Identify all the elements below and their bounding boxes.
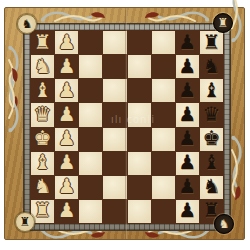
square-f8[interactable]: ♝ [200, 152, 223, 175]
square-f7[interactable]: ♟ [176, 152, 199, 175]
square-a8[interactable]: ♜ [200, 31, 223, 54]
square-e5[interactable] [128, 128, 151, 151]
square-e7[interactable]: ♟ [176, 128, 199, 151]
square-a2[interactable]: ♟ [55, 31, 78, 54]
square-h3[interactable] [79, 200, 102, 223]
square-g7[interactable]: ♟ [176, 176, 199, 199]
square-b1[interactable]: ♞ [31, 55, 54, 78]
inlay-flourish [231, 134, 243, 204]
chess-board-photo-page: ♜♟♟♜♞♟♟♞♝♟♟♝♛♟♟♛♚♟♟♚♝♟♟♝♞♟♟♞♜♟♟♜ ılı con… [0, 0, 250, 250]
inlay-flourish [8, 64, 20, 134]
medallion-top-left-knight-icon: ♞ [17, 14, 37, 34]
piece-white-pawn[interactable]: ♟ [58, 152, 76, 172]
square-c2[interactable]: ♟ [55, 79, 78, 102]
square-a4[interactable] [103, 31, 126, 54]
medallion-bottom-right-knight-icon: ♞ [214, 214, 234, 234]
square-f3[interactable] [79, 152, 102, 175]
square-d2[interactable]: ♟ [55, 103, 78, 126]
square-h6[interactable] [152, 200, 175, 223]
square-d6[interactable] [152, 103, 175, 126]
square-f1[interactable]: ♝ [31, 152, 54, 175]
medallion-top-right-rook-icon: ♜ [213, 13, 233, 33]
wooden-frame: ♜♟♟♜♞♟♟♞♝♟♟♝♛♟♟♛♚♟♟♚♝♟♟♝♞♟♟♞♜♟♟♜ ılı con… [4, 7, 245, 240]
square-b4[interactable] [103, 55, 126, 78]
piece-black-queen[interactable]: ♛ [202, 104, 220, 124]
piece-white-rook[interactable]: ♜ [34, 200, 52, 220]
piece-black-pawn[interactable]: ♟ [178, 176, 196, 196]
square-g3[interactable] [79, 176, 102, 199]
piece-white-pawn[interactable]: ♟ [58, 128, 76, 148]
piece-white-queen[interactable]: ♛ [34, 104, 52, 124]
square-c7[interactable]: ♟ [176, 79, 199, 102]
piece-black-rook[interactable]: ♜ [202, 32, 220, 52]
piece-white-bishop[interactable]: ♝ [34, 152, 52, 172]
square-e4[interactable] [103, 128, 126, 151]
square-h5[interactable] [128, 200, 151, 223]
square-b7[interactable]: ♟ [176, 55, 199, 78]
square-g2[interactable]: ♟ [55, 176, 78, 199]
square-c6[interactable] [152, 79, 175, 102]
piece-black-pawn[interactable]: ♟ [178, 104, 196, 124]
square-d1[interactable]: ♛ [31, 103, 54, 126]
square-b3[interactable] [79, 55, 102, 78]
piece-black-bishop[interactable]: ♝ [202, 152, 220, 172]
square-a5[interactable] [128, 31, 151, 54]
square-b6[interactable] [152, 55, 175, 78]
square-a1[interactable]: ♜ [31, 31, 54, 54]
square-g6[interactable] [152, 176, 175, 199]
square-h2[interactable]: ♟ [55, 200, 78, 223]
piece-white-pawn[interactable]: ♟ [58, 80, 76, 100]
square-c8[interactable]: ♝ [200, 79, 223, 102]
piece-black-knight[interactable]: ♞ [202, 176, 220, 196]
piece-white-bishop[interactable]: ♝ [34, 80, 52, 100]
piece-white-knight[interactable]: ♞ [34, 176, 52, 196]
piece-white-pawn[interactable]: ♟ [58, 176, 76, 196]
square-c5[interactable] [128, 79, 151, 102]
piece-white-pawn[interactable]: ♟ [58, 32, 76, 52]
inlay-flourish [39, 10, 109, 22]
square-a6[interactable] [152, 31, 175, 54]
square-a3[interactable] [79, 31, 102, 54]
square-b2[interactable]: ♟ [55, 55, 78, 78]
square-e1[interactable]: ♚ [31, 128, 54, 151]
square-h7[interactable]: ♟ [176, 200, 199, 223]
piece-white-pawn[interactable]: ♟ [58, 56, 76, 76]
piece-white-king[interactable]: ♚ [34, 128, 52, 148]
square-d7[interactable]: ♟ [176, 103, 199, 126]
square-e6[interactable] [152, 128, 175, 151]
square-g4[interactable] [103, 176, 126, 199]
square-e3[interactable] [79, 128, 102, 151]
piece-black-pawn[interactable]: ♟ [178, 152, 196, 172]
piece-black-pawn[interactable]: ♟ [178, 56, 196, 76]
piece-white-rook[interactable]: ♜ [34, 32, 52, 52]
square-f4[interactable] [103, 152, 126, 175]
square-e2[interactable]: ♟ [55, 128, 78, 151]
square-e8[interactable]: ♚ [200, 128, 223, 151]
square-b5[interactable] [128, 55, 151, 78]
medallion-bottom-left-rook-icon: ♜ [15, 212, 35, 232]
square-c4[interactable] [103, 79, 126, 102]
piece-black-bishop[interactable]: ♝ [202, 80, 220, 100]
square-c3[interactable] [79, 79, 102, 102]
piece-black-knight[interactable]: ♞ [202, 56, 220, 76]
square-f6[interactable] [152, 152, 175, 175]
chess-board: ♜♟♟♜♞♟♟♞♝♟♟♝♛♟♟♛♚♟♟♚♝♟♟♝♞♟♟♞♜♟♟♜ [30, 30, 224, 224]
square-d5[interactable] [128, 103, 151, 126]
square-d4[interactable] [103, 103, 126, 126]
piece-white-knight[interactable]: ♞ [34, 56, 52, 76]
square-f5[interactable] [128, 152, 151, 175]
piece-white-pawn[interactable]: ♟ [58, 104, 76, 124]
fold-seam [125, 8, 127, 239]
piece-black-pawn[interactable]: ♟ [178, 32, 196, 52]
piece-black-king[interactable]: ♚ [202, 128, 220, 148]
square-d8[interactable]: ♛ [200, 103, 223, 126]
square-h4[interactable] [103, 200, 126, 223]
square-d3[interactable] [79, 103, 102, 126]
square-g5[interactable] [128, 176, 151, 199]
piece-black-pawn[interactable]: ♟ [178, 128, 196, 148]
square-c1[interactable]: ♝ [31, 79, 54, 102]
square-b8[interactable]: ♞ [200, 55, 223, 78]
piece-black-pawn[interactable]: ♟ [178, 80, 196, 100]
square-f2[interactable]: ♟ [55, 152, 78, 175]
inlay-flourish [141, 10, 211, 22]
piece-white-pawn[interactable]: ♟ [58, 200, 76, 220]
square-g1[interactable]: ♞ [31, 176, 54, 199]
square-g8[interactable]: ♞ [200, 176, 223, 199]
square-a7[interactable]: ♟ [176, 31, 199, 54]
piece-black-pawn[interactable]: ♟ [178, 200, 196, 220]
